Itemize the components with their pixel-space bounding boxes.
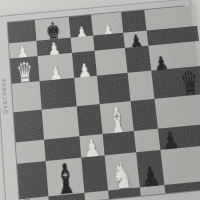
square-d4: ♝ — [99, 101, 134, 134]
square-a4 — [14, 109, 44, 142]
square-c4 — [77, 104, 102, 136]
square-c6: ♟ — [72, 51, 96, 78]
square-e4 — [131, 98, 158, 130]
square-d5 — [97, 73, 131, 103]
chessboard-photo: QVSCHESS ♚♟♟♟♟♟♛♟♟♟♛♝♟♟♝♞♟ ♛ — [0, 0, 200, 200]
square-a6: ♛ — [10, 56, 39, 84]
square-d6 — [94, 48, 128, 76]
square-h5: ♛ — [173, 66, 200, 96]
square-f1 — [164, 182, 188, 193]
square-h3 — [180, 123, 200, 147]
square-e8 — [121, 10, 146, 33]
square-h2 — [182, 144, 200, 182]
square-h1 — [187, 179, 200, 191]
square-d8: ♟ — [91, 12, 124, 36]
board-brand-text: QVSCHESS — [0, 77, 8, 114]
square-e6 — [125, 46, 151, 73]
square-e3 — [134, 128, 160, 152]
square-b5 — [39, 78, 77, 109]
square-c5 — [75, 76, 100, 106]
square-f8 — [144, 8, 168, 31]
square-c8: ♟ — [69, 15, 92, 38]
board-frame: QVSCHESS ♚♟♟♟♟♟♛♟♟♟♛♝♟♟♝♞♟ ♛ — [0, 0, 200, 200]
square-a8 — [8, 20, 36, 44]
square-d2: ♞ — [104, 152, 140, 190]
square-b6: ♟ — [37, 53, 74, 82]
square-c3: ♟ — [80, 134, 104, 157]
square-a3 — [16, 139, 46, 163]
square-b2: ♝ — [45, 157, 85, 196]
square-h8 — [165, 5, 196, 28]
crown-logo-icon: ♛ — [21, 195, 32, 200]
square-c2 — [82, 155, 108, 192]
square-b4 — [41, 106, 79, 140]
square-e1 — [140, 184, 165, 195]
square-a2 — [17, 161, 48, 199]
square-h6 — [170, 41, 200, 69]
square-a5 — [12, 82, 42, 112]
square-c1 — [85, 190, 109, 200]
board-tilt-wrapper: QVSCHESS ♚♟♟♟♟♟♛♟♟♟♛♝♟♟♝♞♟ ♛ — [0, 0, 200, 200]
square-d1 — [108, 187, 141, 199]
chess-board: ♚♟♟♟♟♟♛♟♟♟♛♝♟♟♝♞♟ — [8, 6, 200, 200]
square-h4 — [176, 94, 200, 127]
square-f3: ♟ — [158, 126, 183, 149]
square-f6: ♟ — [148, 44, 173, 71]
square-e5 — [128, 71, 154, 101]
